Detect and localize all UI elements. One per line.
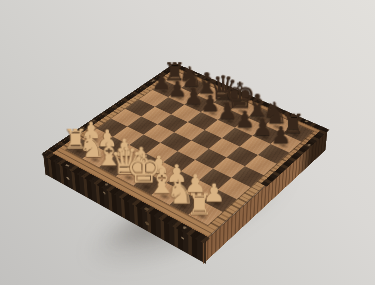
- board-frame: ♜♞♝♛♚♝♞♜♟♟♟♟♟♟♟♟♟♟♟♟♟♟♟♟♜♞♝♛♚♝♞♜: [45, 65, 327, 241]
- piece-black-pawn-h7: ♟: [271, 124, 292, 147]
- piece-white-rook-h1: ♜: [186, 189, 213, 219]
- perspective-camera: ♜♞♝♛♚♝♞♜♟♟♟♟♟♟♟♟♟♟♟♟♟♟♟♟♜♞♝♛♚♝♞♜: [0, 0, 375, 285]
- photo-backdrop: ♜♞♝♛♚♝♞♜♟♟♟♟♟♟♟♟♟♟♟♟♟♟♟♟♜♞♝♛♚♝♞♜: [0, 0, 375, 285]
- chess-board: ♜♞♝♛♚♝♞♜♟♟♟♟♟♟♟♟♟♟♟♟♟♟♟♟♜♞♝♛♚♝♞♜: [45, 65, 327, 241]
